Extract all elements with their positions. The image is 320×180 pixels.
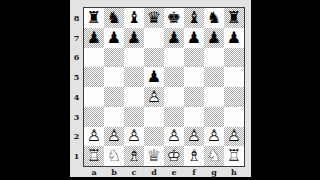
piece-white-pawn: ♟♙ (127, 128, 141, 144)
piece-outline: ♕ (147, 148, 161, 164)
piece-outline: ♙ (207, 128, 221, 144)
square-a4 (84, 87, 104, 107)
file-label-b: b (104, 167, 124, 176)
letterbox-left (0, 0, 70, 180)
piece-black-pawn: ♟ (167, 30, 181, 46)
square-a7: ♟ (84, 28, 104, 48)
square-b6 (104, 48, 124, 68)
square-e2: ♟♙ (164, 127, 184, 147)
piece-white-queen: ♛♕ (147, 148, 161, 164)
square-f2: ♟♙ (184, 127, 204, 147)
piece-white-bishop: ♝♗ (127, 148, 141, 164)
square-g7: ♟ (204, 28, 224, 48)
square-h1: ♜♖ (224, 146, 244, 166)
square-f8: ♝ (184, 8, 204, 28)
piece-outline: ♙ (87, 128, 101, 144)
piece-white-pawn: ♟♙ (187, 128, 201, 144)
square-b2: ♟♙ (104, 127, 124, 147)
piece-black-pawn: ♟ (227, 30, 241, 46)
piece-white-pawn: ♟♙ (227, 128, 241, 144)
square-d2 (144, 127, 164, 147)
square-b4 (104, 87, 124, 107)
piece-black-knight: ♞ (207, 10, 221, 26)
piece-outline: ♘ (207, 148, 221, 164)
square-d5: ♟ (144, 67, 164, 87)
piece-black-king: ♚ (167, 10, 181, 26)
piece-outline: ♙ (227, 128, 241, 144)
piece-outline: ♗ (187, 148, 201, 164)
square-b3 (104, 107, 124, 127)
piece-black-pawn: ♟ (87, 30, 101, 46)
piece-black-pawn: ♟ (127, 30, 141, 46)
piece-black-rook: ♜ (227, 10, 241, 26)
square-c5 (124, 67, 144, 87)
square-g1: ♞♘ (204, 146, 224, 166)
rank-label-2: 2 (70, 127, 83, 147)
square-e8: ♚ (164, 8, 184, 28)
file-label-a: a (84, 167, 104, 176)
file-label-f: f (184, 167, 204, 176)
square-h4 (224, 87, 244, 107)
piece-white-bishop: ♝♗ (187, 148, 201, 164)
square-c6 (124, 48, 144, 68)
file-label-g: g (204, 167, 224, 176)
piece-outline: ♗ (127, 148, 141, 164)
square-a8: ♜ (84, 8, 104, 28)
square-e7: ♟ (164, 28, 184, 48)
file-labels: abcdefgh (84, 167, 244, 176)
square-c7: ♟ (124, 28, 144, 48)
piece-black-pawn: ♟ (107, 30, 121, 46)
square-c8: ♝ (124, 8, 144, 28)
square-d7 (144, 28, 164, 48)
piece-outline: ♙ (147, 89, 161, 105)
square-f5 (184, 67, 204, 87)
piece-black-knight: ♞ (107, 10, 121, 26)
square-g4 (204, 87, 224, 107)
square-b7: ♟ (104, 28, 124, 48)
piece-white-pawn: ♟♙ (87, 128, 101, 144)
square-d4: ♟♙ (144, 87, 164, 107)
piece-outline: ♘ (107, 148, 121, 164)
square-c2: ♟♙ (124, 127, 144, 147)
piece-outline: ♙ (187, 128, 201, 144)
piece-outline: ♙ (107, 128, 121, 144)
square-h3 (224, 107, 244, 127)
rank-label-8: 8 (70, 8, 83, 28)
piece-black-bishop: ♝ (127, 10, 141, 26)
piece-outline: ♔ (167, 148, 181, 164)
square-h2: ♟♙ (224, 127, 244, 147)
square-e1: ♚♔ (164, 146, 184, 166)
letterbox-right (251, 0, 320, 180)
square-d3 (144, 107, 164, 127)
piece-black-rook: ♜ (87, 10, 101, 26)
piece-black-queen: ♛ (147, 10, 161, 26)
square-e6 (164, 48, 184, 68)
square-a5 (84, 67, 104, 87)
square-b5 (104, 67, 124, 87)
file-label-h: h (224, 167, 244, 176)
square-f4 (184, 87, 204, 107)
square-g3 (204, 107, 224, 127)
piece-outline: ♙ (127, 128, 141, 144)
square-g8: ♞ (204, 8, 224, 28)
file-label-e: e (164, 167, 184, 176)
piece-black-pawn: ♟ (207, 30, 221, 46)
file-label-c: c (124, 167, 144, 176)
square-b1: ♞♘ (104, 146, 124, 166)
square-b8: ♞ (104, 8, 124, 28)
piece-white-knight: ♞♘ (107, 148, 121, 164)
piece-black-pawn: ♟ (187, 30, 201, 46)
square-h6 (224, 48, 244, 68)
square-c4 (124, 87, 144, 107)
piece-black-pawn: ♟ (147, 69, 161, 85)
rank-labels: 87654321 (70, 8, 83, 166)
square-d8: ♛ (144, 8, 164, 28)
rank-label-3: 3 (70, 107, 83, 127)
piece-white-king: ♚♔ (167, 148, 181, 164)
piece-white-rook: ♜♖ (87, 148, 101, 164)
square-f7: ♟ (184, 28, 204, 48)
piece-white-pawn: ♟♙ (147, 89, 161, 105)
chess-board: ♜♞♝♛♚♝♞♜♟♟♟♟♟♟♟♟♟♙♟♙♟♙♟♙♟♙♟♙♟♙♟♙♜♖♞♘♝♗♛♕… (83, 7, 245, 167)
square-g5 (204, 67, 224, 87)
piece-white-pawn: ♟♙ (107, 128, 121, 144)
square-h5 (224, 67, 244, 87)
square-g6 (204, 48, 224, 68)
square-a1: ♜♖ (84, 146, 104, 166)
square-h7: ♟ (224, 28, 244, 48)
rank-label-6: 6 (70, 48, 83, 68)
square-e4 (164, 87, 184, 107)
board-panel: 87654321 ♜♞♝♛♚♝♞♜♟♟♟♟♟♟♟♟♟♙♟♙♟♙♟♙♟♙♟♙♟♙♟… (70, 0, 251, 177)
square-a3 (84, 107, 104, 127)
piece-outline: ♖ (87, 148, 101, 164)
piece-outline: ♙ (167, 128, 181, 144)
rank-label-4: 4 (70, 87, 83, 107)
piece-outline: ♖ (227, 148, 241, 164)
square-h8: ♜ (224, 8, 244, 28)
file-label-d: d (144, 167, 164, 176)
piece-white-pawn: ♟♙ (167, 128, 181, 144)
piece-black-bishop: ♝ (187, 10, 201, 26)
square-c3 (124, 107, 144, 127)
square-g2: ♟♙ (204, 127, 224, 147)
square-f3 (184, 107, 204, 127)
square-f1: ♝♗ (184, 146, 204, 166)
piece-white-knight: ♞♘ (207, 148, 221, 164)
square-c1: ♝♗ (124, 146, 144, 166)
square-a2: ♟♙ (84, 127, 104, 147)
square-d6 (144, 48, 164, 68)
square-e5 (164, 67, 184, 87)
piece-white-rook: ♜♖ (227, 148, 241, 164)
square-a6 (84, 48, 104, 68)
square-e3 (164, 107, 184, 127)
piece-white-pawn: ♟♙ (207, 128, 221, 144)
rank-label-5: 5 (70, 67, 83, 87)
square-d1: ♛♕ (144, 146, 164, 166)
rank-label-1: 1 (70, 146, 83, 166)
square-f6 (184, 48, 204, 68)
rank-label-7: 7 (70, 28, 83, 48)
